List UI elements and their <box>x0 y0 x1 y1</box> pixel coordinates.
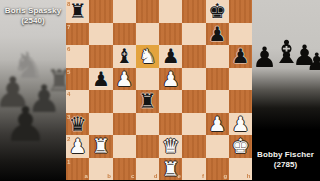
square-h8[interactable] <box>229 0 252 23</box>
chess-board: 8♜♚7♟6♝♞♟♟5♟♟♟4♜3♛♟♟2♟♜♛♚1abcde♜fgh <box>66 0 252 180</box>
file-label-d: d <box>154 173 158 179</box>
square-f1[interactable]: f <box>182 158 205 181</box>
square-f4[interactable] <box>182 90 205 113</box>
square-d3[interactable] <box>136 113 159 136</box>
piece-white-knight-d6[interactable]: ♞ <box>136 45 159 68</box>
file-label-c: c <box>131 173 134 179</box>
square-a3[interactable]: 3♛ <box>66 113 89 136</box>
file-label-b: b <box>107 173 111 179</box>
square-f8[interactable] <box>182 0 205 23</box>
piece-white-pawn-g3[interactable]: ♟ <box>206 113 229 136</box>
piece-white-pawn-h3[interactable]: ♟ <box>229 113 252 136</box>
player-black-label: Boris Spassky (2540) <box>0 6 66 25</box>
square-g3[interactable]: ♟ <box>206 113 229 136</box>
player-white-rating: (2785) <box>251 160 320 170</box>
video-frame: ♞ ♟ ♟ ♜ ♟ ♟ ♝ ♟ ♟ Boris Spassky (2540) 8… <box>0 0 320 180</box>
square-c2[interactable] <box>113 135 136 158</box>
square-d5[interactable] <box>136 68 159 91</box>
player-black-rating: (2540) <box>0 16 66 26</box>
piece-white-pawn-c5[interactable]: ♟ <box>113 68 136 91</box>
piece-black-rook-d4[interactable]: ♜ <box>136 90 159 113</box>
square-f6[interactable] <box>182 45 205 68</box>
square-g2[interactable] <box>206 135 229 158</box>
square-d4[interactable]: ♜ <box>136 90 159 113</box>
square-e6[interactable]: ♟ <box>159 45 182 68</box>
rank-label-1: 1 <box>67 159 70 165</box>
piece-black-pawn-b5[interactable]: ♟ <box>89 68 112 91</box>
square-g4[interactable] <box>206 90 229 113</box>
rank-label-7: 7 <box>67 24 70 30</box>
player-black-name: Boris Spassky <box>0 6 66 16</box>
background-photo-left: ♞ ♟ ♟ ♜ ♟ <box>0 0 66 180</box>
piece-black-king-g8[interactable]: ♚ <box>206 0 229 23</box>
piece-black-pawn-h6[interactable]: ♟ <box>229 45 252 68</box>
square-b7[interactable] <box>89 23 112 46</box>
square-e4[interactable] <box>159 90 182 113</box>
square-h6[interactable]: ♟ <box>229 45 252 68</box>
square-b6[interactable] <box>89 45 112 68</box>
square-f7[interactable] <box>182 23 205 46</box>
square-h2[interactable]: ♚ <box>229 135 252 158</box>
square-c4[interactable] <box>113 90 136 113</box>
square-d6[interactable]: ♞ <box>136 45 159 68</box>
square-e1[interactable]: e♜ <box>159 158 182 181</box>
square-g1[interactable]: g <box>206 158 229 181</box>
square-c1[interactable]: c <box>113 158 136 181</box>
square-h7[interactable] <box>229 23 252 46</box>
file-label-f: f <box>202 173 204 179</box>
square-g5[interactable] <box>206 68 229 91</box>
file-label-g: g <box>224 173 228 179</box>
square-a5[interactable]: 5 <box>66 68 89 91</box>
square-b3[interactable] <box>89 113 112 136</box>
square-b8[interactable] <box>89 0 112 23</box>
square-d2[interactable] <box>136 135 159 158</box>
square-b5[interactable]: ♟ <box>89 68 112 91</box>
square-f5[interactable] <box>182 68 205 91</box>
square-c3[interactable] <box>113 113 136 136</box>
file-label-a: a <box>84 173 87 179</box>
background-pawn-icon: ♟ <box>4 100 47 148</box>
piece-white-king-h2[interactable]: ♚ <box>229 135 252 158</box>
square-h3[interactable]: ♟ <box>229 113 252 136</box>
square-d8[interactable] <box>136 0 159 23</box>
square-e7[interactable] <box>159 23 182 46</box>
square-h4[interactable] <box>229 90 252 113</box>
square-e5[interactable]: ♟ <box>159 68 182 91</box>
square-c6[interactable]: ♝ <box>113 45 136 68</box>
rank-label-6: 6 <box>67 46 70 52</box>
piece-black-queen-a3[interactable]: ♛ <box>66 113 89 136</box>
square-a4[interactable]: 4 <box>66 90 89 113</box>
rank-label-4: 4 <box>67 91 70 97</box>
piece-white-pawn-a2[interactable]: ♟ <box>66 135 89 158</box>
square-a1[interactable]: 1a <box>66 158 89 181</box>
piece-black-pawn-g7[interactable]: ♟ <box>206 23 229 46</box>
square-g8[interactable]: ♚ <box>206 0 229 23</box>
square-f2[interactable] <box>182 135 205 158</box>
square-c8[interactable] <box>113 0 136 23</box>
square-e3[interactable] <box>159 113 182 136</box>
piece-white-rook-e1[interactable]: ♜ <box>159 158 182 181</box>
piece-white-queen-e2[interactable]: ♛ <box>159 135 182 158</box>
piece-white-rook-b2[interactable]: ♜ <box>89 135 112 158</box>
piece-black-bishop-c6[interactable]: ♝ <box>113 45 136 68</box>
piece-white-pawn-e5[interactable]: ♟ <box>159 68 182 91</box>
square-b4[interactable] <box>89 90 112 113</box>
square-g6[interactable] <box>206 45 229 68</box>
square-a8[interactable]: 8♜ <box>66 0 89 23</box>
square-e2[interactable]: ♛ <box>159 135 182 158</box>
square-g7[interactable]: ♟ <box>206 23 229 46</box>
square-c7[interactable] <box>113 23 136 46</box>
square-a6[interactable]: 6 <box>66 45 89 68</box>
square-c5[interactable]: ♟ <box>113 68 136 91</box>
square-e8[interactable] <box>159 0 182 23</box>
square-h1[interactable]: h <box>229 158 252 181</box>
square-a7[interactable]: 7 <box>66 23 89 46</box>
background-pawn-icon: ♟ <box>306 50 320 74</box>
square-b1[interactable]: b <box>89 158 112 181</box>
piece-black-rook-a8[interactable]: ♜ <box>66 0 89 23</box>
square-h5[interactable] <box>229 68 252 91</box>
file-label-h: h <box>247 173 251 179</box>
square-d1[interactable]: d <box>136 158 159 181</box>
player-white-name: Bobby Fischer <box>251 150 320 160</box>
square-d7[interactable] <box>136 23 159 46</box>
background-rook-icon: ♜ <box>46 66 66 96</box>
square-b2[interactable]: ♜ <box>89 135 112 158</box>
player-white-label: Bobby Fischer (2785) <box>251 150 320 169</box>
square-f3[interactable] <box>182 113 205 136</box>
rank-label-5: 5 <box>67 69 70 75</box>
square-a2[interactable]: 2♟ <box>66 135 89 158</box>
piece-black-pawn-e6[interactable]: ♟ <box>159 45 182 68</box>
